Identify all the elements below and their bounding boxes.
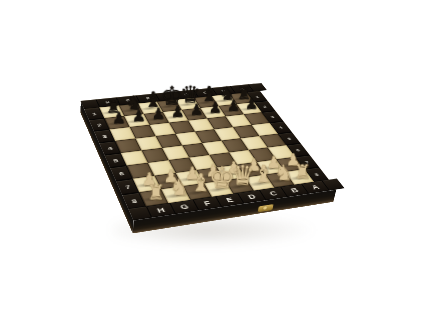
chess-set-photo: HGFEDCBA HGFEDCBA 12345678 12345678 ♜♞♝♚… bbox=[0, 0, 423, 318]
folding-chess-board: HGFEDCBA HGFEDCBA 12345678 12345678 ♜♞♝♚… bbox=[81, 84, 337, 221]
brass-clasp bbox=[258, 204, 274, 212]
brass-clasp-knob bbox=[263, 206, 268, 210]
